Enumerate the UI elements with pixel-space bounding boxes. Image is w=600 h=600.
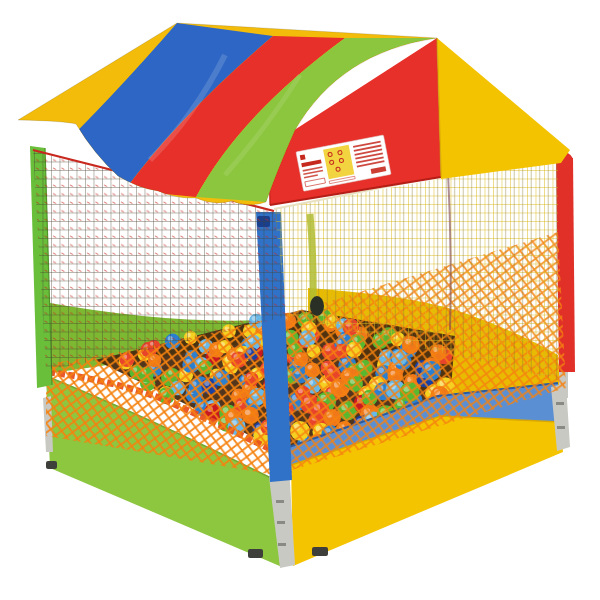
ball-pit-product-photo — [0, 0, 600, 600]
ball-pit-scene — [0, 0, 600, 600]
